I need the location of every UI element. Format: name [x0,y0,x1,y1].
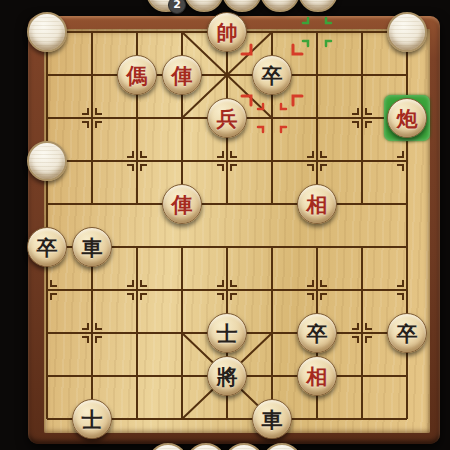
captured-piece-disc [184,0,224,12]
piece-black-soldier-2[interactable]: 卒 [27,227,67,267]
piece-black-advisor-2[interactable]: 士 [72,399,112,439]
captured-piece-disc [148,443,188,450]
piece-black-soldier-1[interactable]: 卒 [252,55,292,95]
face-down-piece[interactable] [387,12,427,52]
captured-piece-disc [262,443,302,450]
piece-red-soldier[interactable]: 兵 [207,98,247,138]
captured-piece-disc [224,443,264,450]
piece-red-chariot-2[interactable]: 俥 [162,184,202,224]
captured-piece-disc [260,0,300,12]
face-down-piece[interactable] [27,12,67,52]
piece-black-general[interactable]: 將 [207,356,247,396]
piece-black-soldier-3[interactable]: 卒 [297,313,337,353]
piece-red-elephant-1[interactable]: 相 [297,184,337,224]
captured-piece-disc [298,0,338,12]
piece-red-elephant-2[interactable]: 相 [297,356,337,396]
face-down-piece[interactable] [27,141,67,181]
captured-piece-disc [186,443,226,450]
piece-red-general[interactable]: 帥 [207,12,247,52]
piece-black-chariot-2[interactable]: 車 [252,399,292,439]
piece-black-advisor-1[interactable]: 士 [207,313,247,353]
piece-black-chariot-1[interactable]: 車 [72,227,112,267]
app-background: 帥傌俥卒兵炮俥相卒車士卒卒將相士車 2 [0,0,450,450]
piece-red-horse[interactable]: 傌 [117,55,157,95]
piece-black-soldier-4[interactable]: 卒 [387,313,427,353]
captured-piece-disc [222,0,262,12]
piece-red-chariot-1[interactable]: 俥 [162,55,202,95]
captured-count-badge: 2 [168,0,186,14]
piece-red-cannon[interactable]: 炮 [387,98,427,138]
